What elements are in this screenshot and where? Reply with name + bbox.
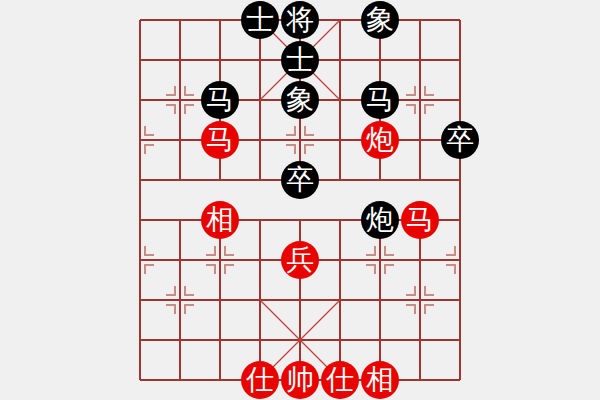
- piece-red-horse[interactable]: 马: [401, 201, 439, 239]
- piece-black-soldier[interactable]: 卒: [281, 161, 319, 199]
- xiangqi-app: 士将象士马象马马炮卒卒相炮马兵仕帅仕相: [0, 0, 600, 400]
- piece-black-horse[interactable]: 马: [361, 81, 399, 119]
- piece-red-advisor[interactable]: 仕: [241, 361, 279, 399]
- piece-red-soldier[interactable]: 兵: [281, 241, 319, 279]
- piece-red-general[interactable]: 帅: [281, 361, 319, 399]
- piece-black-advisor[interactable]: 士: [241, 1, 279, 39]
- board-pieces-layer[interactable]: 士将象士马象马马炮卒卒相炮马兵仕帅仕相: [120, 0, 480, 400]
- piece-black-advisor[interactable]: 士: [281, 41, 319, 79]
- piece-red-elephant[interactable]: 相: [361, 361, 399, 399]
- piece-black-elephant[interactable]: 象: [281, 81, 319, 119]
- piece-red-advisor[interactable]: 仕: [321, 361, 359, 399]
- piece-black-cannon[interactable]: 炮: [361, 201, 399, 239]
- piece-black-elephant[interactable]: 象: [361, 1, 399, 39]
- piece-red-elephant[interactable]: 相: [201, 201, 239, 239]
- piece-red-horse[interactable]: 马: [201, 121, 239, 159]
- piece-black-general[interactable]: 将: [281, 1, 319, 39]
- piece-black-horse[interactable]: 马: [201, 81, 239, 119]
- piece-black-soldier[interactable]: 卒: [441, 121, 479, 159]
- piece-red-cannon[interactable]: 炮: [361, 121, 399, 159]
